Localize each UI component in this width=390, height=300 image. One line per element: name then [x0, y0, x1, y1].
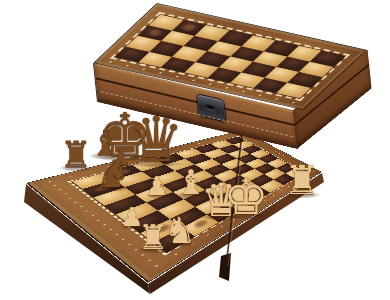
dark-rook: ♜ — [60, 137, 92, 173]
product-photo-canvas: ♜♝♚♛♟♞♟♝♛♚♟♜♞♜ — [0, 0, 390, 300]
pieces-layer: ♜♝♚♛♟♞♟♝♛♚♟♜♞♜ — [0, 0, 390, 300]
light-pawn: ♟ — [145, 173, 168, 199]
light-king: ♚ — [224, 172, 269, 222]
light-rook: ♜ — [284, 160, 320, 200]
dark-knight: ♞ — [96, 155, 130, 193]
light-knight: ♞ — [164, 213, 196, 249]
